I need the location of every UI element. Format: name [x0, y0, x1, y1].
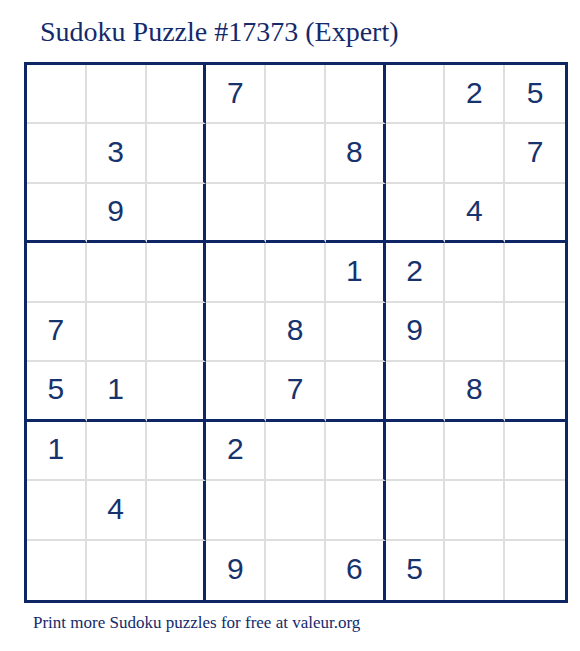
cell-r5c9: [505, 303, 565, 362]
cell-r3c8: 4: [445, 184, 505, 243]
cell-r4c9: [505, 243, 565, 302]
cell-r7c1: 1: [27, 422, 87, 481]
cell-r8c2: 4: [87, 481, 147, 540]
cell-r5c2: [87, 303, 147, 362]
cell-r1c8: 2: [445, 65, 505, 124]
cell-r4c7: 2: [386, 243, 446, 302]
cell-r1c2: [87, 65, 147, 124]
cell-r5c1: 7: [27, 303, 87, 362]
cell-r1c5: [266, 65, 326, 124]
cell-r9c4: 9: [206, 541, 266, 600]
cell-r3c7: [386, 184, 446, 243]
cell-r6c8: 8: [445, 362, 505, 421]
cell-r5c5: 8: [266, 303, 326, 362]
cell-r7c9: [505, 422, 565, 481]
cell-r4c5: [266, 243, 326, 302]
cell-r1c6: [326, 65, 386, 124]
footer-text: Print more Sudoku puzzles for free at va…: [33, 613, 360, 633]
cell-r2c8: [445, 124, 505, 183]
cell-r7c6: [326, 422, 386, 481]
cell-r8c1: [27, 481, 87, 540]
cell-r2c5: [266, 124, 326, 183]
cell-r2c9: 7: [505, 124, 565, 183]
cell-r8c8: [445, 481, 505, 540]
cell-r9c9: [505, 541, 565, 600]
cell-r8c5: [266, 481, 326, 540]
cell-r6c4: [206, 362, 266, 421]
cell-r7c5: [266, 422, 326, 481]
cell-r3c5: [266, 184, 326, 243]
cell-r1c7: [386, 65, 446, 124]
cell-r3c1: [27, 184, 87, 243]
cell-r6c5: 7: [266, 362, 326, 421]
cell-r3c9: [505, 184, 565, 243]
cell-r5c7: 9: [386, 303, 446, 362]
cell-r7c8: [445, 422, 505, 481]
cell-r2c2: 3: [87, 124, 147, 183]
cell-r7c3: [147, 422, 207, 481]
cell-r3c6: [326, 184, 386, 243]
cell-r3c4: [206, 184, 266, 243]
cell-r1c3: [147, 65, 207, 124]
cell-r8c4: [206, 481, 266, 540]
cell-r7c2: [87, 422, 147, 481]
cell-r8c6: [326, 481, 386, 540]
cell-r3c2: 9: [87, 184, 147, 243]
cell-r7c4: 2: [206, 422, 266, 481]
cell-r9c7: 5: [386, 541, 446, 600]
cell-r4c6: 1: [326, 243, 386, 302]
cell-r2c6: 8: [326, 124, 386, 183]
cell-r6c2: 1: [87, 362, 147, 421]
cell-r4c4: [206, 243, 266, 302]
page-title: Sudoku Puzzle #17373 (Expert): [40, 16, 399, 48]
cell-r1c1: [27, 65, 87, 124]
cell-r2c1: [27, 124, 87, 183]
cell-r9c2: [87, 541, 147, 600]
cell-r2c4: [206, 124, 266, 183]
cell-r7c7: [386, 422, 446, 481]
cell-r3c3: [147, 184, 207, 243]
cell-r1c9: 5: [505, 65, 565, 124]
cell-r2c7: [386, 124, 446, 183]
cell-r6c9: [505, 362, 565, 421]
cell-r6c7: [386, 362, 446, 421]
cell-r5c4: [206, 303, 266, 362]
sudoku-grid: 72538794127895178124965: [24, 62, 568, 603]
cell-r9c8: [445, 541, 505, 600]
cell-r9c3: [147, 541, 207, 600]
cell-r4c1: [27, 243, 87, 302]
cell-r5c6: [326, 303, 386, 362]
cell-r6c3: [147, 362, 207, 421]
cell-r5c3: [147, 303, 207, 362]
cell-r6c1: 5: [27, 362, 87, 421]
cell-r4c2: [87, 243, 147, 302]
cell-r8c9: [505, 481, 565, 540]
cell-r2c3: [147, 124, 207, 183]
cell-r9c5: [266, 541, 326, 600]
cell-r9c1: [27, 541, 87, 600]
cell-r5c8: [445, 303, 505, 362]
cell-r8c7: [386, 481, 446, 540]
sudoku-page: Sudoku Puzzle #17373 (Expert) 7253879412…: [0, 0, 580, 651]
cell-r4c3: [147, 243, 207, 302]
cell-r1c4: 7: [206, 65, 266, 124]
cell-r8c3: [147, 481, 207, 540]
cell-r4c8: [445, 243, 505, 302]
cell-r6c6: [326, 362, 386, 421]
cell-r9c6: 6: [326, 541, 386, 600]
